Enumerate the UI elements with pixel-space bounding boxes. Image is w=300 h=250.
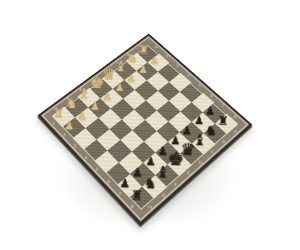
- coordinate-file-label: G: [160, 189, 166, 201]
- coordinate-rank-label: 2: [58, 132, 71, 138]
- piece-black-rook: ♜: [214, 114, 231, 127]
- piece-black-pawn: ♟: [116, 177, 134, 190]
- coordinate-rank-label: 8: [125, 203, 138, 210]
- border-corner: [40, 111, 51, 121]
- coordinate-rank-label: 7: [113, 191, 126, 197]
- coordinate-file-label: D: [198, 157, 204, 169]
- border-corner: [238, 119, 249, 129]
- coordinate-file-label: F: [173, 178, 179, 190]
- coordinate-rank-label: 6: [205, 93, 217, 98]
- coordinate-rank-label: 4: [183, 73, 194, 78]
- border-corner: [135, 210, 147, 222]
- coordinate-file-label: C: [210, 146, 216, 157]
- coordinate-rank-label: 8: [229, 114, 241, 120]
- piece-white-pawn: ♟: [74, 110, 91, 122]
- coordinate-file-label: H: [147, 201, 154, 214]
- coordinate-rank-label: 5: [90, 166, 103, 172]
- coordinate-file-label: E: [186, 167, 192, 179]
- coordinate-file-label: A: [232, 126, 238, 137]
- coordinate-rank-label: 4: [79, 155, 92, 161]
- piece-white-pawn: ♟: [61, 120, 78, 132]
- piece-white-rook: ♜: [50, 107, 67, 120]
- coordinate-file-label: B: [221, 136, 227, 147]
- coordinate-rank-label: 1: [47, 121, 60, 127]
- border-corner: [143, 36, 153, 44]
- coordinate-rank-label: 6: [102, 178, 115, 184]
- product-photo-background: 12345678A♜♟♟♜AB♞♟♟♞BC♝♟♟♝CD♛♟♟♛DE♚♟♟♚EF♝…: [0, 0, 300, 250]
